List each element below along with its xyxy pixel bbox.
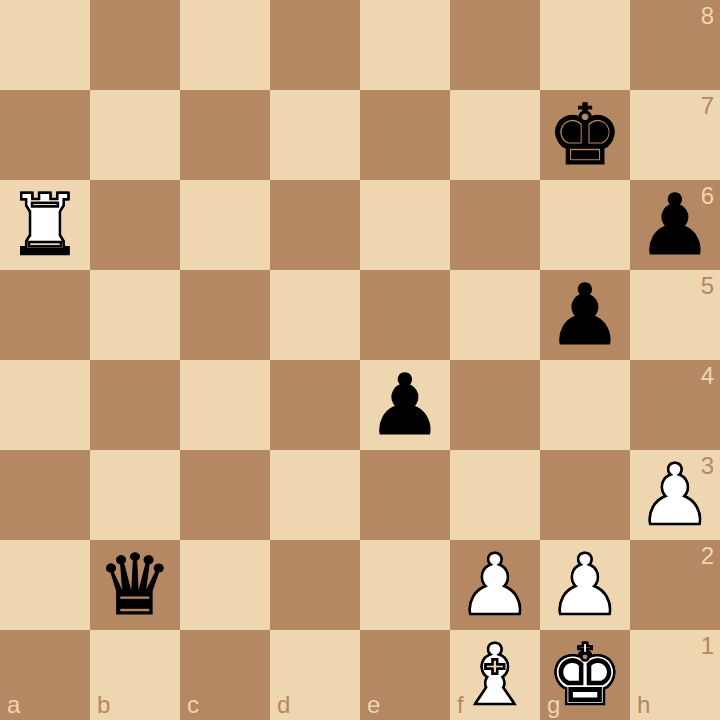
file-label-h: h [637, 693, 650, 717]
black-pawn[interactable]: ♟ [367, 360, 442, 450]
square-d7[interactable] [270, 90, 360, 180]
square-c8[interactable] [180, 0, 270, 90]
square-f6[interactable] [450, 180, 540, 270]
square-a8[interactable] [0, 0, 90, 90]
black-pawn[interactable]: ♟ [637, 180, 712, 270]
square-g2[interactable]: ♟ [540, 540, 630, 630]
square-h4[interactable]: 4 [630, 360, 720, 450]
square-a1[interactable]: a [0, 630, 90, 720]
square-f4[interactable] [450, 360, 540, 450]
file-label-a: a [7, 693, 20, 717]
white-bishop[interactable]: ♝ [457, 630, 532, 720]
white-pawn[interactable]: ♟ [547, 540, 622, 630]
file-label-e: e [367, 693, 380, 717]
square-a4[interactable] [0, 360, 90, 450]
square-f7[interactable] [450, 90, 540, 180]
square-a2[interactable] [0, 540, 90, 630]
rank-label-4: 4 [701, 364, 714, 388]
square-c2[interactable] [180, 540, 270, 630]
file-label-b: b [97, 693, 110, 717]
square-g5[interactable]: ♟ [540, 270, 630, 360]
square-h2[interactable]: 2 [630, 540, 720, 630]
square-d6[interactable] [270, 180, 360, 270]
square-f1[interactable]: ♝f [450, 630, 540, 720]
square-e3[interactable] [360, 450, 450, 540]
square-b8[interactable] [90, 0, 180, 90]
square-e1[interactable]: e [360, 630, 450, 720]
square-d4[interactable] [270, 360, 360, 450]
square-f3[interactable] [450, 450, 540, 540]
square-g6[interactable] [540, 180, 630, 270]
square-h7[interactable]: 7 [630, 90, 720, 180]
square-e4[interactable]: ♟ [360, 360, 450, 450]
square-c5[interactable] [180, 270, 270, 360]
black-king[interactable]: ♚ [547, 90, 622, 180]
square-h6[interactable]: ♟6 [630, 180, 720, 270]
square-h1[interactable]: 1h [630, 630, 720, 720]
square-a5[interactable] [0, 270, 90, 360]
file-label-c: c [187, 693, 199, 717]
file-label-d: d [277, 693, 290, 717]
square-a7[interactable] [0, 90, 90, 180]
square-d3[interactable] [270, 450, 360, 540]
square-b7[interactable] [90, 90, 180, 180]
square-g1[interactable]: ♚g [540, 630, 630, 720]
square-e8[interactable] [360, 0, 450, 90]
square-g7[interactable]: ♚ [540, 90, 630, 180]
square-c6[interactable] [180, 180, 270, 270]
square-g8[interactable] [540, 0, 630, 90]
square-d1[interactable]: d [270, 630, 360, 720]
rank-label-1: 1 [701, 634, 714, 658]
rank-label-2: 2 [701, 544, 714, 568]
black-pawn[interactable]: ♟ [547, 270, 622, 360]
square-f2[interactable]: ♟ [450, 540, 540, 630]
square-c3[interactable] [180, 450, 270, 540]
square-a6[interactable]: ♜ [0, 180, 90, 270]
square-c7[interactable] [180, 90, 270, 180]
rank-label-5: 5 [701, 274, 714, 298]
square-e5[interactable] [360, 270, 450, 360]
square-h3[interactable]: ♟3 [630, 450, 720, 540]
square-f8[interactable] [450, 0, 540, 90]
square-d2[interactable] [270, 540, 360, 630]
square-e2[interactable] [360, 540, 450, 630]
square-d5[interactable] [270, 270, 360, 360]
square-b5[interactable] [90, 270, 180, 360]
square-g4[interactable] [540, 360, 630, 450]
square-c4[interactable] [180, 360, 270, 450]
square-h8[interactable]: 8 [630, 0, 720, 90]
square-g3[interactable] [540, 450, 630, 540]
rank-label-8: 8 [701, 4, 714, 28]
square-f5[interactable] [450, 270, 540, 360]
square-d8[interactable] [270, 0, 360, 90]
square-a3[interactable] [0, 450, 90, 540]
square-b2[interactable]: ♛ [90, 540, 180, 630]
rank-label-7: 7 [701, 94, 714, 118]
square-b1[interactable]: b [90, 630, 180, 720]
black-queen[interactable]: ♛ [97, 540, 172, 630]
square-c1[interactable]: c [180, 630, 270, 720]
white-pawn[interactable]: ♟ [457, 540, 532, 630]
square-h5[interactable]: 5 [630, 270, 720, 360]
square-b3[interactable] [90, 450, 180, 540]
square-e6[interactable] [360, 180, 450, 270]
white-pawn[interactable]: ♟ [637, 450, 712, 540]
chess-board: 8♚7♜♟6♟5♟4♟3♛♟♟2abcde♝f♚g1h [0, 0, 720, 720]
white-rook[interactable]: ♜ [7, 180, 82, 270]
white-king[interactable]: ♚ [547, 630, 622, 720]
square-b6[interactable] [90, 180, 180, 270]
square-b4[interactable] [90, 360, 180, 450]
square-e7[interactable] [360, 90, 450, 180]
